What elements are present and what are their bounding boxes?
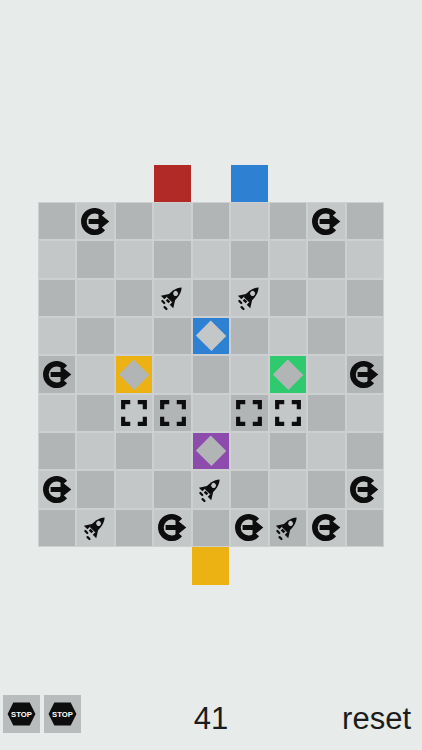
board-cell-r8c1[interactable] <box>39 471 75 507</box>
spawner-red <box>154 165 191 202</box>
board-cell-r9c6[interactable] <box>231 510 267 546</box>
circled-right-arrow-icon <box>311 512 342 543</box>
board-cell-r6c5[interactable] <box>193 395 229 431</box>
board-cell-r6c8[interactable] <box>308 395 344 431</box>
rocket-icon <box>78 510 113 545</box>
board-cell-r2c5[interactable] <box>193 241 229 277</box>
board-cell-r7c2[interactable] <box>77 433 113 469</box>
board-cell-r2c6[interactable] <box>231 241 267 277</box>
board-cell-r7c8[interactable] <box>308 433 344 469</box>
circled-right-arrow-icon <box>311 206 342 237</box>
board-cell-r2c1[interactable] <box>39 241 75 277</box>
corner-brackets-target-icon <box>119 398 149 428</box>
blue-station-cell-r4c5[interactable] <box>193 318 229 354</box>
board-cell-r3c2[interactable] <box>77 280 113 316</box>
board-cell-r7c6[interactable] <box>231 433 267 469</box>
game-board <box>38 202 384 547</box>
green-station-cell-r5c7[interactable] <box>270 356 306 392</box>
rocket-icon <box>232 280 267 315</box>
circled-right-arrow-icon <box>42 359 73 390</box>
circled-right-arrow-icon <box>349 474 380 505</box>
board-cell-r1c5[interactable] <box>193 203 229 239</box>
board-cell-r7c3[interactable] <box>116 433 152 469</box>
board-cell-r2c4[interactable] <box>154 241 190 277</box>
board-cell-r2c2[interactable] <box>77 241 113 277</box>
circled-right-arrow-icon <box>80 206 111 237</box>
board-cell-r5c9[interactable] <box>347 356 383 392</box>
corner-brackets-target-icon <box>273 398 303 428</box>
corner-brackets-target-icon <box>234 398 264 428</box>
board-cell-r8c4[interactable] <box>154 471 190 507</box>
board-cell-r4c2[interactable] <box>77 318 113 354</box>
circled-right-arrow-icon <box>234 512 265 543</box>
board-cell-r3c9[interactable] <box>347 280 383 316</box>
board-cell-r9c5[interactable] <box>193 510 229 546</box>
board-cell-r2c7[interactable] <box>270 241 306 277</box>
board-cell-r4c7[interactable] <box>270 318 306 354</box>
rocket-icon <box>155 280 190 315</box>
board-cell-r7c4[interactable] <box>154 433 190 469</box>
board-cell-r3c8[interactable] <box>308 280 344 316</box>
board-cell-r9c2[interactable] <box>77 510 113 546</box>
board-cell-r1c8[interactable] <box>308 203 344 239</box>
board-cell-r6c3[interactable] <box>116 395 152 431</box>
corner-brackets-target-icon <box>158 398 188 428</box>
board-cell-r3c6[interactable] <box>231 280 267 316</box>
board-cell-r3c4[interactable] <box>154 280 190 316</box>
board-cell-r8c9[interactable] <box>347 471 383 507</box>
circled-right-arrow-icon <box>42 474 73 505</box>
board-cell-r6c2[interactable] <box>77 395 113 431</box>
board-cell-r6c9[interactable] <box>347 395 383 431</box>
board-cell-r6c1[interactable] <box>39 395 75 431</box>
board-cell-r1c4[interactable] <box>154 203 190 239</box>
board-cell-r4c9[interactable] <box>347 318 383 354</box>
green-station-diamond <box>273 359 303 389</box>
board-cell-r5c1[interactable] <box>39 356 75 392</box>
board-cell-r4c4[interactable] <box>154 318 190 354</box>
board-cell-r8c5[interactable] <box>193 471 229 507</box>
board-cell-r6c7[interactable] <box>270 395 306 431</box>
board-cell-r5c2[interactable] <box>77 356 113 392</box>
exit-yellow <box>192 547 229 585</box>
board-cell-r7c9[interactable] <box>347 433 383 469</box>
board-cell-r9c3[interactable] <box>116 510 152 546</box>
board-cell-r3c7[interactable] <box>270 280 306 316</box>
board-cell-r8c6[interactable] <box>231 471 267 507</box>
blue-station-diamond <box>196 321 226 351</box>
board-cell-r8c2[interactable] <box>77 471 113 507</box>
board-cell-r5c5[interactable] <box>193 356 229 392</box>
board-cell-r8c8[interactable] <box>308 471 344 507</box>
yellow-station-diamond <box>119 359 149 389</box>
board-cell-r3c3[interactable] <box>116 280 152 316</box>
board-cell-r4c3[interactable] <box>116 318 152 354</box>
board-cell-r3c1[interactable] <box>39 280 75 316</box>
board-cell-r9c4[interactable] <box>154 510 190 546</box>
board-cell-r1c9[interactable] <box>347 203 383 239</box>
board-cell-r7c7[interactable] <box>270 433 306 469</box>
rocket-icon <box>270 510 305 545</box>
board-cell-r6c4[interactable] <box>154 395 190 431</box>
circled-right-arrow-icon <box>157 512 188 543</box>
board-cell-r1c3[interactable] <box>116 203 152 239</box>
board-cell-r4c1[interactable] <box>39 318 75 354</box>
board-cell-r9c9[interactable] <box>347 510 383 546</box>
board-cell-r4c6[interactable] <box>231 318 267 354</box>
rocket-icon <box>193 472 228 507</box>
spawner-blue <box>231 165 268 202</box>
board-cell-r4c8[interactable] <box>308 318 344 354</box>
board-cell-r2c3[interactable] <box>116 241 152 277</box>
board-cell-r6c6[interactable] <box>231 395 267 431</box>
reset-button[interactable]: reset <box>342 701 411 737</box>
board-cell-r7c1[interactable] <box>39 433 75 469</box>
board-cell-r3c5[interactable] <box>193 280 229 316</box>
board-cell-r2c8[interactable] <box>308 241 344 277</box>
board-cell-r5c4[interactable] <box>154 356 190 392</box>
purple-station-cell-r7c5[interactable] <box>193 433 229 469</box>
board-cell-r9c8[interactable] <box>308 510 344 546</box>
board-cell-r2c9[interactable] <box>347 241 383 277</box>
board-cell-r1c6[interactable] <box>231 203 267 239</box>
game-screen: STOP STOP 41 reset <box>0 0 422 750</box>
board-cell-r9c7[interactable] <box>270 510 306 546</box>
board-cell-r5c8[interactable] <box>308 356 344 392</box>
board-cell-r5c6[interactable] <box>231 356 267 392</box>
circled-right-arrow-icon <box>349 359 380 390</box>
purple-station-diamond <box>196 436 226 466</box>
board-cell-r1c7[interactable] <box>270 203 306 239</box>
board-cell-r1c1[interactable] <box>39 203 75 239</box>
yellow-station-cell-r5c3[interactable] <box>116 356 152 392</box>
board-cell-r1c2[interactable] <box>77 203 113 239</box>
board-cell-r8c7[interactable] <box>270 471 306 507</box>
board-cell-r8c3[interactable] <box>116 471 152 507</box>
board-cell-r9c1[interactable] <box>39 510 75 546</box>
